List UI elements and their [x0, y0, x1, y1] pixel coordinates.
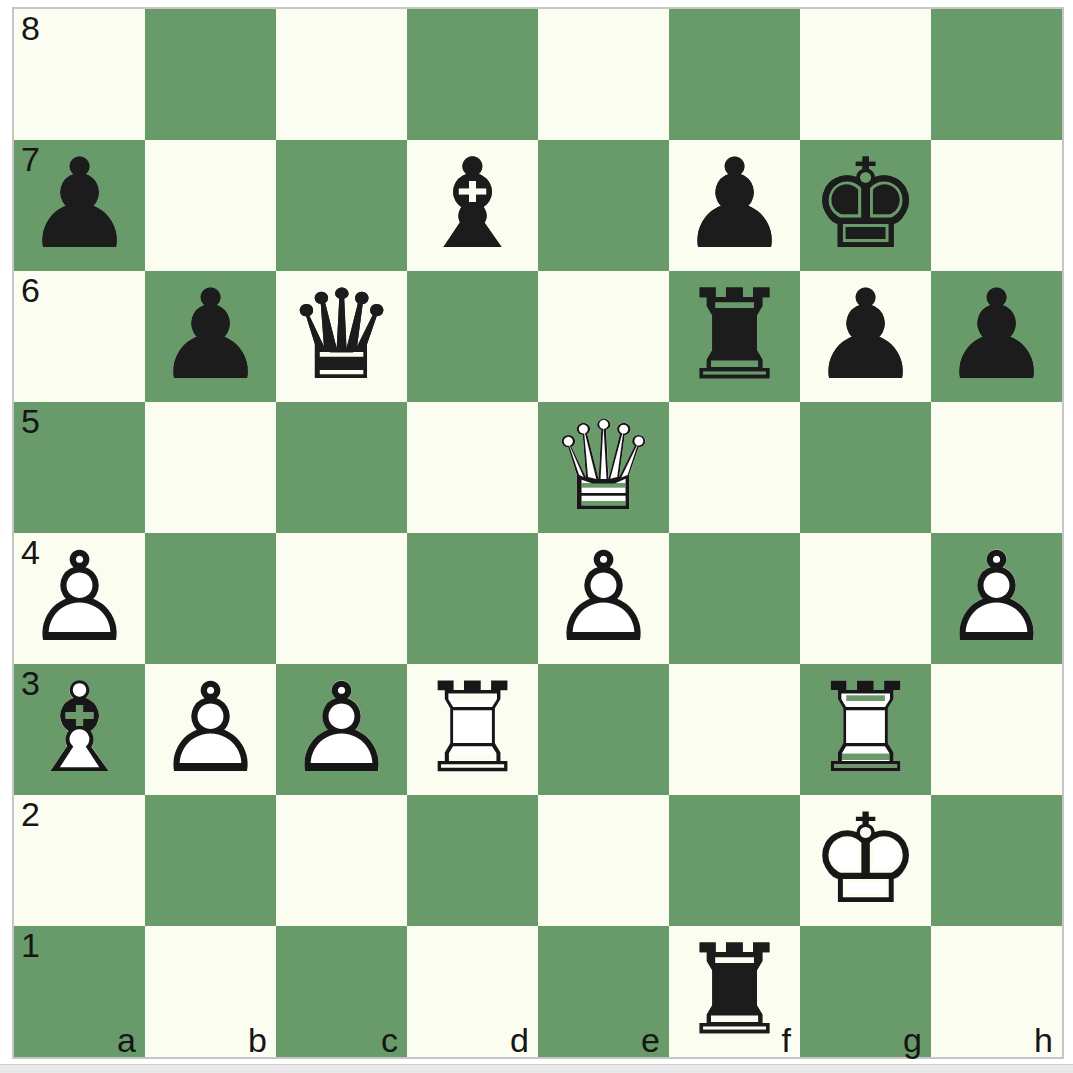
rank-label-6: 6 [21, 272, 40, 308]
square-b7[interactable] [145, 140, 276, 271]
square-f4[interactable] [669, 533, 800, 664]
piece-glyph-solid: ♜ [669, 926, 800, 1057]
square-g1[interactable]: g [800, 926, 931, 1057]
piece-glyph-outline: ♔ [800, 140, 931, 271]
rank-label-2: 2 [21, 796, 40, 832]
square-e8[interactable] [538, 9, 669, 140]
piece-glyph-outline: ♙ [669, 140, 800, 271]
file-label-b: b [248, 1021, 267, 1059]
square-f1[interactable]: f♜♖ [669, 926, 800, 1057]
bottom-ui-strip [0, 1064, 1073, 1073]
piece-glyph-solid: ♚ [800, 795, 931, 926]
square-a1[interactable]: 1a [14, 926, 145, 1057]
white-queen-e5[interactable]: ♛♕ [538, 402, 669, 533]
white-rook-d3[interactable]: ♜♖ [407, 664, 538, 795]
rank-label-4: 4 [21, 534, 40, 570]
square-e2[interactable] [538, 795, 669, 926]
white-pawn-h4[interactable]: ♟♙ [931, 533, 1062, 664]
black-king-g7[interactable]: ♚♔ [800, 140, 931, 271]
piece-glyph-solid: ♜ [669, 271, 800, 402]
square-e5[interactable]: ♛♕ [538, 402, 669, 533]
square-c2[interactable] [276, 795, 407, 926]
square-e4[interactable]: ♟♙ [538, 533, 669, 664]
square-d7[interactable]: ♝♗ [407, 140, 538, 271]
page: 87♟♙♝♗♟♙♚♔6♟♙♛♕♜♖♟♙♟♙5♛♕4♟♙♟♙♟♙3♝♗♟♙♟♙♜♖… [0, 0, 1073, 1073]
piece-glyph-solid: ♟ [145, 271, 276, 402]
square-f8[interactable] [669, 9, 800, 140]
square-h8[interactable] [931, 9, 1062, 140]
piece-glyph-outline: ♙ [931, 533, 1062, 664]
square-g8[interactable] [800, 9, 931, 140]
square-f3[interactable] [669, 664, 800, 795]
chess-board: 87♟♙♝♗♟♙♚♔6♟♙♛♕♜♖♟♙♟♙5♛♕4♟♙♟♙♟♙3♝♗♟♙♟♙♜♖… [12, 7, 1064, 1059]
black-queen-c6[interactable]: ♛♕ [276, 271, 407, 402]
square-c5[interactable] [276, 402, 407, 533]
file-label-f: f [782, 1021, 791, 1059]
piece-glyph-solid: ♟ [276, 664, 407, 795]
square-g2[interactable]: ♚♔ [800, 795, 931, 926]
square-d1[interactable]: d [407, 926, 538, 1057]
square-g3[interactable]: ♜♖ [800, 664, 931, 795]
piece-glyph-outline: ♖ [407, 664, 538, 795]
piece-glyph-outline: ♔ [800, 795, 931, 926]
black-bishop-d7[interactable]: ♝♗ [407, 140, 538, 271]
piece-glyph-outline: ♙ [145, 271, 276, 402]
square-d3[interactable]: ♜♖ [407, 664, 538, 795]
piece-glyph-outline: ♖ [669, 271, 800, 402]
file-label-h: h [1034, 1021, 1053, 1059]
black-rook-f1[interactable]: ♜♖ [669, 926, 800, 1057]
piece-glyph-solid: ♛ [538, 402, 669, 533]
rank-label-5: 5 [21, 403, 40, 439]
square-f2[interactable] [669, 795, 800, 926]
piece-glyph-outline: ♖ [669, 926, 800, 1057]
piece-glyph-outline: ♗ [407, 140, 538, 271]
square-h7[interactable] [931, 140, 1062, 271]
square-g4[interactable] [800, 533, 931, 664]
white-pawn-c3[interactable]: ♟♙ [276, 664, 407, 795]
white-rook-g3[interactable]: ♜♖ [800, 664, 931, 795]
rank-label-7: 7 [21, 141, 40, 177]
piece-glyph-outline: ♖ [800, 664, 931, 795]
square-a3[interactable]: 3♝♗ [14, 664, 145, 795]
piece-glyph-solid: ♚ [800, 140, 931, 271]
square-f5[interactable] [669, 402, 800, 533]
piece-glyph-outline: ♕ [538, 402, 669, 533]
square-c3[interactable]: ♟♙ [276, 664, 407, 795]
square-d6[interactable] [407, 271, 538, 402]
piece-glyph-outline: ♙ [931, 271, 1062, 402]
square-g6[interactable]: ♟♙ [800, 271, 931, 402]
piece-glyph-outline: ♕ [276, 271, 407, 402]
square-d8[interactable] [407, 9, 538, 140]
rank-label-8: 8 [21, 10, 40, 46]
square-d4[interactable] [407, 533, 538, 664]
piece-glyph-solid: ♜ [800, 664, 931, 795]
black-pawn-h6[interactable]: ♟♙ [931, 271, 1062, 402]
square-a7[interactable]: 7♟♙ [14, 140, 145, 271]
piece-glyph-solid: ♟ [669, 140, 800, 271]
square-b6[interactable]: ♟♙ [145, 271, 276, 402]
square-h3[interactable] [931, 664, 1062, 795]
black-pawn-b6[interactable]: ♟♙ [145, 271, 276, 402]
square-h6[interactable]: ♟♙ [931, 271, 1062, 402]
square-a8[interactable]: 8 [14, 9, 145, 140]
piece-glyph-solid: ♟ [538, 533, 669, 664]
rank-label-1: 1 [21, 927, 40, 963]
white-pawn-b3[interactable]: ♟♙ [145, 664, 276, 795]
square-e7[interactable] [538, 140, 669, 271]
square-a5[interactable]: 5 [14, 402, 145, 533]
piece-glyph-solid: ♟ [145, 664, 276, 795]
black-rook-f6[interactable]: ♜♖ [669, 271, 800, 402]
file-label-g: g [903, 1021, 922, 1059]
square-b1[interactable]: b [145, 926, 276, 1057]
piece-glyph-outline: ♙ [800, 271, 931, 402]
square-g5[interactable] [800, 402, 931, 533]
piece-glyph-outline: ♙ [276, 664, 407, 795]
square-g7[interactable]: ♚♔ [800, 140, 931, 271]
file-label-c: c [381, 1021, 398, 1059]
piece-glyph-solid: ♟ [931, 271, 1062, 402]
white-king-g2[interactable]: ♚♔ [800, 795, 931, 926]
rank-label-3: 3 [21, 665, 40, 701]
piece-glyph-solid: ♜ [407, 664, 538, 795]
square-a2[interactable]: 2 [14, 795, 145, 926]
square-c7[interactable] [276, 140, 407, 271]
square-e1[interactable]: e [538, 926, 669, 1057]
square-f6[interactable]: ♜♖ [669, 271, 800, 402]
piece-glyph-solid: ♟ [931, 533, 1062, 664]
square-b5[interactable] [145, 402, 276, 533]
square-d2[interactable] [407, 795, 538, 926]
square-b3[interactable]: ♟♙ [145, 664, 276, 795]
file-label-a: a [117, 1021, 136, 1059]
piece-glyph-outline: ♙ [145, 664, 276, 795]
piece-glyph-solid: ♛ [276, 271, 407, 402]
square-h4[interactable]: ♟♙ [931, 533, 1062, 664]
square-e3[interactable] [538, 664, 669, 795]
square-a6[interactable]: 6 [14, 271, 145, 402]
square-a4[interactable]: 4♟♙ [14, 533, 145, 664]
square-h1[interactable]: h [931, 926, 1062, 1057]
square-b2[interactable] [145, 795, 276, 926]
square-c8[interactable] [276, 9, 407, 140]
square-b8[interactable] [145, 9, 276, 140]
square-f7[interactable]: ♟♙ [669, 140, 800, 271]
square-c6[interactable]: ♛♕ [276, 271, 407, 402]
square-d5[interactable] [407, 402, 538, 533]
square-h2[interactable] [931, 795, 1062, 926]
white-pawn-e4[interactable]: ♟♙ [538, 533, 669, 664]
square-c1[interactable]: c [276, 926, 407, 1057]
square-c4[interactable] [276, 533, 407, 664]
file-label-d: d [510, 1021, 529, 1059]
file-label-e: e [641, 1021, 660, 1059]
black-pawn-g6[interactable]: ♟♙ [800, 271, 931, 402]
black-pawn-f7[interactable]: ♟♙ [669, 140, 800, 271]
square-b4[interactable] [145, 533, 276, 664]
piece-glyph-outline: ♙ [538, 533, 669, 664]
piece-glyph-solid: ♝ [407, 140, 538, 271]
square-e6[interactable] [538, 271, 669, 402]
piece-glyph-solid: ♟ [800, 271, 931, 402]
square-h5[interactable] [931, 402, 1062, 533]
